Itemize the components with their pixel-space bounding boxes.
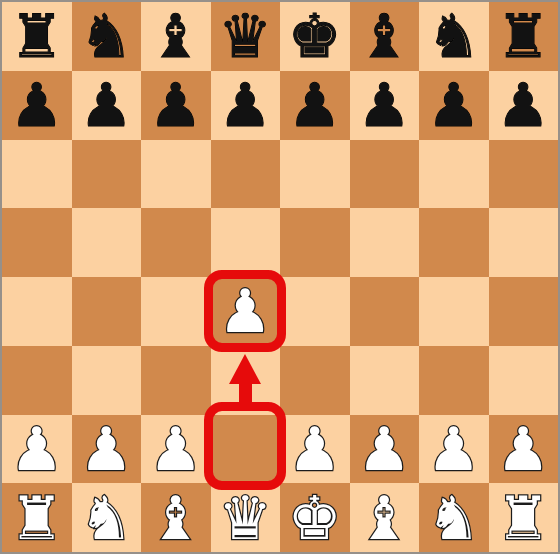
- square-h8[interactable]: ♜: [489, 2, 559, 71]
- square-e3[interactable]: [280, 346, 350, 415]
- piece-black-pawn[interactable]: ♟: [149, 75, 203, 135]
- square-f4[interactable]: [350, 277, 420, 346]
- square-g5[interactable]: [419, 208, 489, 277]
- square-g6[interactable]: [419, 140, 489, 209]
- square-f7[interactable]: ♟: [350, 71, 420, 140]
- square-b5[interactable]: [72, 208, 142, 277]
- square-f6[interactable]: [350, 140, 420, 209]
- square-b2[interactable]: ♟: [72, 415, 142, 484]
- square-e5[interactable]: [280, 208, 350, 277]
- square-f3[interactable]: [350, 346, 420, 415]
- piece-white-pawn[interactable]: ♟: [288, 419, 342, 479]
- piece-black-pawn[interactable]: ♟: [79, 75, 133, 135]
- square-d5[interactable]: [211, 208, 281, 277]
- piece-black-queen[interactable]: ♛: [218, 6, 272, 66]
- piece-white-rook[interactable]: ♜: [496, 488, 550, 548]
- square-g1[interactable]: ♞: [419, 483, 489, 552]
- square-b7[interactable]: ♟: [72, 71, 142, 140]
- piece-white-rook[interactable]: ♜: [10, 488, 64, 548]
- piece-black-pawn[interactable]: ♟: [218, 75, 272, 135]
- square-e7[interactable]: ♟: [280, 71, 350, 140]
- square-c5[interactable]: [141, 208, 211, 277]
- square-d8[interactable]: ♛: [211, 2, 281, 71]
- square-d1[interactable]: ♛: [211, 483, 281, 552]
- square-c4[interactable]: [141, 277, 211, 346]
- square-f5[interactable]: [350, 208, 420, 277]
- square-a2[interactable]: ♟: [2, 415, 72, 484]
- square-d2[interactable]: [211, 415, 281, 484]
- square-h7[interactable]: ♟: [489, 71, 559, 140]
- piece-black-pawn[interactable]: ♟: [496, 75, 550, 135]
- piece-white-knight[interactable]: ♞: [427, 488, 481, 548]
- square-e8[interactable]: ♚: [280, 2, 350, 71]
- square-d6[interactable]: [211, 140, 281, 209]
- piece-black-bishop[interactable]: ♝: [357, 6, 411, 66]
- piece-black-pawn[interactable]: ♟: [357, 75, 411, 135]
- square-a5[interactable]: [2, 208, 72, 277]
- square-a1[interactable]: ♜: [2, 483, 72, 552]
- square-f8[interactable]: ♝: [350, 2, 420, 71]
- square-h2[interactable]: ♟: [489, 415, 559, 484]
- piece-black-king[interactable]: ♚: [288, 6, 342, 66]
- piece-white-pawn[interactable]: ♟: [357, 419, 411, 479]
- square-b1[interactable]: ♞: [72, 483, 142, 552]
- piece-white-bishop[interactable]: ♝: [149, 488, 203, 548]
- square-g8[interactable]: ♞: [419, 2, 489, 71]
- piece-black-rook[interactable]: ♜: [496, 6, 550, 66]
- square-a3[interactable]: [2, 346, 72, 415]
- piece-white-pawn[interactable]: ♟: [79, 419, 133, 479]
- square-e2[interactable]: ♟: [280, 415, 350, 484]
- square-c8[interactable]: ♝: [141, 2, 211, 71]
- square-h4[interactable]: [489, 277, 559, 346]
- square-g4[interactable]: [419, 277, 489, 346]
- piece-black-pawn[interactable]: ♟: [288, 75, 342, 135]
- square-g7[interactable]: ♟: [419, 71, 489, 140]
- square-a7[interactable]: ♟: [2, 71, 72, 140]
- square-a6[interactable]: [2, 140, 72, 209]
- piece-white-queen[interactable]: ♛: [218, 488, 272, 548]
- square-c7[interactable]: ♟: [141, 71, 211, 140]
- square-h3[interactable]: [489, 346, 559, 415]
- square-b3[interactable]: [72, 346, 142, 415]
- square-b8[interactable]: ♞: [72, 2, 142, 71]
- square-d3[interactable]: [211, 346, 281, 415]
- piece-black-bishop[interactable]: ♝: [149, 6, 203, 66]
- piece-white-pawn[interactable]: ♟: [10, 419, 64, 479]
- piece-black-rook[interactable]: ♜: [10, 6, 64, 66]
- piece-white-pawn[interactable]: ♟: [496, 419, 550, 479]
- square-b6[interactable]: [72, 140, 142, 209]
- piece-white-pawn[interactable]: ♟: [218, 281, 272, 341]
- square-d4[interactable]: ♟: [211, 277, 281, 346]
- square-h5[interactable]: [489, 208, 559, 277]
- square-g2[interactable]: ♟: [419, 415, 489, 484]
- piece-black-knight[interactable]: ♞: [79, 6, 133, 66]
- square-c1[interactable]: ♝: [141, 483, 211, 552]
- square-h1[interactable]: ♜: [489, 483, 559, 552]
- square-c6[interactable]: [141, 140, 211, 209]
- square-a8[interactable]: ♜: [2, 2, 72, 71]
- square-f1[interactable]: ♝: [350, 483, 420, 552]
- chess-board: ♜♞♝♛♚♝♞♜♟♟♟♟♟♟♟♟♟♟♟♟♟♟♟♟♜♞♝♛♚♝♞♜: [2, 2, 558, 552]
- piece-white-bishop[interactable]: ♝: [357, 488, 411, 548]
- square-e1[interactable]: ♚: [280, 483, 350, 552]
- square-g3[interactable]: [419, 346, 489, 415]
- piece-white-pawn[interactable]: ♟: [427, 419, 481, 479]
- piece-white-knight[interactable]: ♞: [79, 488, 133, 548]
- piece-black-pawn[interactable]: ♟: [10, 75, 64, 135]
- square-f2[interactable]: ♟: [350, 415, 420, 484]
- piece-white-king[interactable]: ♚: [288, 488, 342, 548]
- piece-white-pawn[interactable]: ♟: [149, 419, 203, 479]
- piece-black-knight[interactable]: ♞: [427, 6, 481, 66]
- chess-board-frame: ♜♞♝♛♚♝♞♜♟♟♟♟♟♟♟♟♟♟♟♟♟♟♟♟♜♞♝♛♚♝♞♜: [0, 0, 560, 554]
- square-h6[interactable]: [489, 140, 559, 209]
- square-e4[interactable]: [280, 277, 350, 346]
- square-e6[interactable]: [280, 140, 350, 209]
- square-d7[interactable]: ♟: [211, 71, 281, 140]
- square-b4[interactable]: [72, 277, 142, 346]
- square-a4[interactable]: [2, 277, 72, 346]
- square-c2[interactable]: ♟: [141, 415, 211, 484]
- piece-black-pawn[interactable]: ♟: [427, 75, 481, 135]
- square-c3[interactable]: [141, 346, 211, 415]
